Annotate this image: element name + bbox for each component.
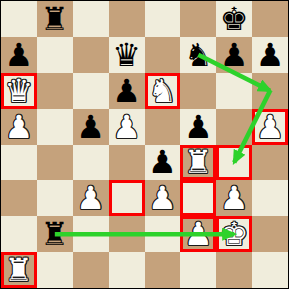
square-g2[interactable]: ♚ bbox=[216, 216, 252, 252]
square-c2[interactable] bbox=[73, 216, 109, 252]
square-b1[interactable] bbox=[37, 252, 73, 288]
square-a8[interactable] bbox=[1, 1, 37, 37]
square-h3[interactable] bbox=[252, 180, 288, 216]
square-b6[interactable] bbox=[37, 73, 73, 109]
board-squares: ♜♚♟♛♞♟♟♛♟♞♟♟♟♟♟♟♜♟♟♟♜♟♚♜ bbox=[1, 1, 288, 288]
square-a6[interactable]: ♛ bbox=[1, 73, 37, 109]
square-d4[interactable] bbox=[109, 145, 145, 181]
square-f3[interactable] bbox=[180, 180, 216, 216]
square-b3[interactable] bbox=[37, 180, 73, 216]
square-h5[interactable]: ♟ bbox=[252, 109, 288, 145]
square-d1[interactable] bbox=[109, 252, 145, 288]
black-pawn-piece[interactable]: ♟ bbox=[220, 39, 249, 71]
square-c7[interactable] bbox=[73, 37, 109, 73]
square-a5[interactable]: ♟ bbox=[1, 109, 37, 145]
white-pawn-piece[interactable]: ♟ bbox=[76, 182, 105, 214]
chess-board: ♜♚♟♛♞♟♟♛♟♞♟♟♟♟♟♟♜♟♟♟♜♟♚♜ bbox=[0, 0, 289, 289]
black-king-piece[interactable]: ♚ bbox=[220, 3, 249, 35]
square-e4[interactable]: ♟ bbox=[145, 145, 181, 181]
square-h7[interactable]: ♟ bbox=[252, 37, 288, 73]
square-c4[interactable] bbox=[73, 145, 109, 181]
black-pawn-piece[interactable]: ♟ bbox=[256, 39, 285, 71]
square-c5[interactable]: ♟ bbox=[73, 109, 109, 145]
square-f1[interactable] bbox=[180, 252, 216, 288]
white-pawn-piece[interactable]: ♟ bbox=[5, 111, 34, 143]
square-b2[interactable]: ♜ bbox=[37, 216, 73, 252]
square-a3[interactable] bbox=[1, 180, 37, 216]
square-e6[interactable]: ♞ bbox=[145, 73, 181, 109]
square-g7[interactable]: ♟ bbox=[216, 37, 252, 73]
square-g8[interactable]: ♚ bbox=[216, 1, 252, 37]
square-d7[interactable]: ♛ bbox=[109, 37, 145, 73]
square-e8[interactable] bbox=[145, 1, 181, 37]
black-knight-piece[interactable]: ♞ bbox=[184, 39, 213, 71]
square-d2[interactable] bbox=[109, 216, 145, 252]
square-h1[interactable] bbox=[252, 252, 288, 288]
square-f6[interactable] bbox=[180, 73, 216, 109]
square-e5[interactable] bbox=[145, 109, 181, 145]
square-f4[interactable]: ♜ bbox=[180, 145, 216, 181]
white-pawn-piece[interactable]: ♟ bbox=[112, 111, 141, 143]
square-d6[interactable]: ♟ bbox=[109, 73, 145, 109]
square-d8[interactable] bbox=[109, 1, 145, 37]
white-knight-piece[interactable]: ♞ bbox=[148, 75, 177, 107]
square-g1[interactable] bbox=[216, 252, 252, 288]
black-rook-piece[interactable]: ♜ bbox=[40, 3, 69, 35]
square-f5[interactable]: ♟ bbox=[180, 109, 216, 145]
black-rook-piece[interactable]: ♜ bbox=[40, 218, 69, 250]
square-c6[interactable] bbox=[73, 73, 109, 109]
square-b7[interactable] bbox=[37, 37, 73, 73]
square-d3[interactable] bbox=[109, 180, 145, 216]
square-c3[interactable]: ♟ bbox=[73, 180, 109, 216]
square-e1[interactable] bbox=[145, 252, 181, 288]
square-a4[interactable] bbox=[1, 145, 37, 181]
black-queen-piece[interactable]: ♛ bbox=[112, 39, 141, 71]
black-pawn-piece[interactable]: ♟ bbox=[112, 75, 141, 107]
square-g3[interactable]: ♟ bbox=[216, 180, 252, 216]
white-rook-piece[interactable]: ♜ bbox=[184, 146, 213, 178]
white-king-piece[interactable]: ♚ bbox=[220, 218, 249, 250]
square-g5[interactable] bbox=[216, 109, 252, 145]
square-f7[interactable]: ♞ bbox=[180, 37, 216, 73]
square-c8[interactable] bbox=[73, 1, 109, 37]
square-f8[interactable] bbox=[180, 1, 216, 37]
square-h8[interactable] bbox=[252, 1, 288, 37]
square-b5[interactable] bbox=[37, 109, 73, 145]
square-a1[interactable]: ♜ bbox=[1, 252, 37, 288]
white-queen-piece[interactable]: ♛ bbox=[5, 75, 34, 107]
white-rook-piece[interactable]: ♜ bbox=[5, 254, 34, 286]
square-a2[interactable] bbox=[1, 216, 37, 252]
square-d5[interactable]: ♟ bbox=[109, 109, 145, 145]
black-pawn-piece[interactable]: ♟ bbox=[76, 111, 105, 143]
square-h2[interactable] bbox=[252, 216, 288, 252]
square-g6[interactable] bbox=[216, 73, 252, 109]
square-a7[interactable]: ♟ bbox=[1, 37, 37, 73]
black-pawn-piece[interactable]: ♟ bbox=[148, 146, 177, 178]
white-pawn-piece[interactable]: ♟ bbox=[256, 111, 285, 143]
white-pawn-piece[interactable]: ♟ bbox=[220, 182, 249, 214]
square-f2[interactable]: ♟ bbox=[180, 216, 216, 252]
square-g4[interactable] bbox=[216, 145, 252, 181]
square-e7[interactable] bbox=[145, 37, 181, 73]
white-pawn-piece[interactable]: ♟ bbox=[148, 182, 177, 214]
black-pawn-piece[interactable]: ♟ bbox=[5, 39, 34, 71]
square-h4[interactable] bbox=[252, 145, 288, 181]
square-c1[interactable] bbox=[73, 252, 109, 288]
square-b4[interactable] bbox=[37, 145, 73, 181]
square-e3[interactable]: ♟ bbox=[145, 180, 181, 216]
square-b8[interactable]: ♜ bbox=[37, 1, 73, 37]
white-pawn-piece[interactable]: ♟ bbox=[184, 218, 213, 250]
black-pawn-piece[interactable]: ♟ bbox=[184, 111, 213, 143]
square-h6[interactable] bbox=[252, 73, 288, 109]
square-e2[interactable] bbox=[145, 216, 181, 252]
